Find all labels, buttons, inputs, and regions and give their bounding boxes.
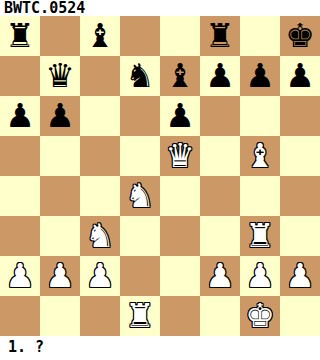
square-d2[interactable] xyxy=(120,256,160,296)
square-a8[interactable]: ♜ xyxy=(0,16,40,56)
square-h2[interactable]: ♟ xyxy=(280,256,320,296)
square-f2[interactable]: ♟ xyxy=(200,256,240,296)
square-f8[interactable]: ♜ xyxy=(200,16,240,56)
square-h6[interactable] xyxy=(280,96,320,136)
square-d7[interactable]: ♞ xyxy=(120,56,160,96)
square-g1[interactable]: ♚ xyxy=(240,296,280,336)
square-d4[interactable]: ♞ xyxy=(120,176,160,216)
black-pawn-h7: ♟ xyxy=(285,56,315,96)
puzzle-title: BWTC.0524 xyxy=(0,0,320,16)
square-f4[interactable] xyxy=(200,176,240,216)
square-g8[interactable] xyxy=(240,16,280,56)
square-d8[interactable] xyxy=(120,16,160,56)
black-pawn-e6: ♟ xyxy=(165,96,195,136)
black-bishop-e7: ♝ xyxy=(165,56,195,96)
square-b4[interactable] xyxy=(40,176,80,216)
square-e4[interactable] xyxy=(160,176,200,216)
white-pawn-h2: ♟ xyxy=(285,256,315,296)
black-pawn-a6: ♟ xyxy=(5,96,35,136)
square-c2[interactable]: ♟ xyxy=(80,256,120,296)
square-a5[interactable] xyxy=(0,136,40,176)
square-g4[interactable] xyxy=(240,176,280,216)
black-queen-b7: ♛ xyxy=(45,56,75,96)
square-e3[interactable] xyxy=(160,216,200,256)
white-queen-e5: ♛ xyxy=(165,136,195,176)
square-a6[interactable]: ♟ xyxy=(0,96,40,136)
square-b7[interactable]: ♛ xyxy=(40,56,80,96)
square-e5[interactable]: ♛ xyxy=(160,136,200,176)
square-f5[interactable] xyxy=(200,136,240,176)
square-b1[interactable] xyxy=(40,296,80,336)
white-pawn-a2: ♟ xyxy=(5,256,35,296)
chess-board: ♜♝♜♚♛♞♝♟♟♟♟♟♟♛♝♞♞♜♟♟♟♟♟♟♜♚ xyxy=(0,16,320,336)
black-bishop-c8: ♝ xyxy=(85,16,115,56)
square-a3[interactable] xyxy=(0,216,40,256)
square-g6[interactable] xyxy=(240,96,280,136)
white-bishop-g5: ♝ xyxy=(245,136,275,176)
square-g5[interactable]: ♝ xyxy=(240,136,280,176)
white-rook-g3: ♜ xyxy=(245,216,275,256)
square-g3[interactable]: ♜ xyxy=(240,216,280,256)
black-pawn-b6: ♟ xyxy=(45,96,75,136)
square-e1[interactable] xyxy=(160,296,200,336)
square-a2[interactable]: ♟ xyxy=(0,256,40,296)
move-prompt: 1. ? xyxy=(0,336,320,360)
square-a4[interactable] xyxy=(0,176,40,216)
square-b6[interactable]: ♟ xyxy=(40,96,80,136)
white-rook-d1: ♜ xyxy=(125,296,155,336)
square-b2[interactable]: ♟ xyxy=(40,256,80,296)
square-c7[interactable] xyxy=(80,56,120,96)
black-rook-a8: ♜ xyxy=(5,16,35,56)
square-e2[interactable] xyxy=(160,256,200,296)
square-b3[interactable] xyxy=(40,216,80,256)
square-h5[interactable] xyxy=(280,136,320,176)
square-g2[interactable]: ♟ xyxy=(240,256,280,296)
white-pawn-g2: ♟ xyxy=(245,256,275,296)
square-c5[interactable] xyxy=(80,136,120,176)
white-pawn-c2: ♟ xyxy=(85,256,115,296)
square-a1[interactable] xyxy=(0,296,40,336)
square-h4[interactable] xyxy=(280,176,320,216)
square-b8[interactable] xyxy=(40,16,80,56)
square-h7[interactable]: ♟ xyxy=(280,56,320,96)
square-d6[interactable] xyxy=(120,96,160,136)
square-c6[interactable] xyxy=(80,96,120,136)
square-h1[interactable] xyxy=(280,296,320,336)
square-g7[interactable]: ♟ xyxy=(240,56,280,96)
square-b5[interactable] xyxy=(40,136,80,176)
square-h8[interactable]: ♚ xyxy=(280,16,320,56)
square-f1[interactable] xyxy=(200,296,240,336)
square-d5[interactable] xyxy=(120,136,160,176)
square-c4[interactable] xyxy=(80,176,120,216)
black-king-h8: ♚ xyxy=(285,16,315,56)
black-knight-d7: ♞ xyxy=(125,56,155,96)
square-a7[interactable] xyxy=(0,56,40,96)
chess-puzzle-app: BWTC.0524 ♜♝♜♚♛♞♝♟♟♟♟♟♟♛♝♞♞♜♟♟♟♟♟♟♜♚ 1. … xyxy=(0,0,320,360)
black-pawn-f7: ♟ xyxy=(205,56,235,96)
square-f6[interactable] xyxy=(200,96,240,136)
square-d3[interactable] xyxy=(120,216,160,256)
square-f3[interactable] xyxy=(200,216,240,256)
square-h3[interactable] xyxy=(280,216,320,256)
square-f7[interactable]: ♟ xyxy=(200,56,240,96)
white-knight-d4: ♞ xyxy=(125,176,155,216)
square-c3[interactable]: ♞ xyxy=(80,216,120,256)
black-rook-f8: ♜ xyxy=(205,16,235,56)
white-pawn-f2: ♟ xyxy=(205,256,235,296)
square-d1[interactable]: ♜ xyxy=(120,296,160,336)
square-e8[interactable] xyxy=(160,16,200,56)
square-e6[interactable]: ♟ xyxy=(160,96,200,136)
square-c1[interactable] xyxy=(80,296,120,336)
white-pawn-b2: ♟ xyxy=(45,256,75,296)
square-c8[interactable]: ♝ xyxy=(80,16,120,56)
white-knight-c3: ♞ xyxy=(85,216,115,256)
black-pawn-g7: ♟ xyxy=(245,56,275,96)
white-king-g1: ♚ xyxy=(245,296,275,336)
square-e7[interactable]: ♝ xyxy=(160,56,200,96)
